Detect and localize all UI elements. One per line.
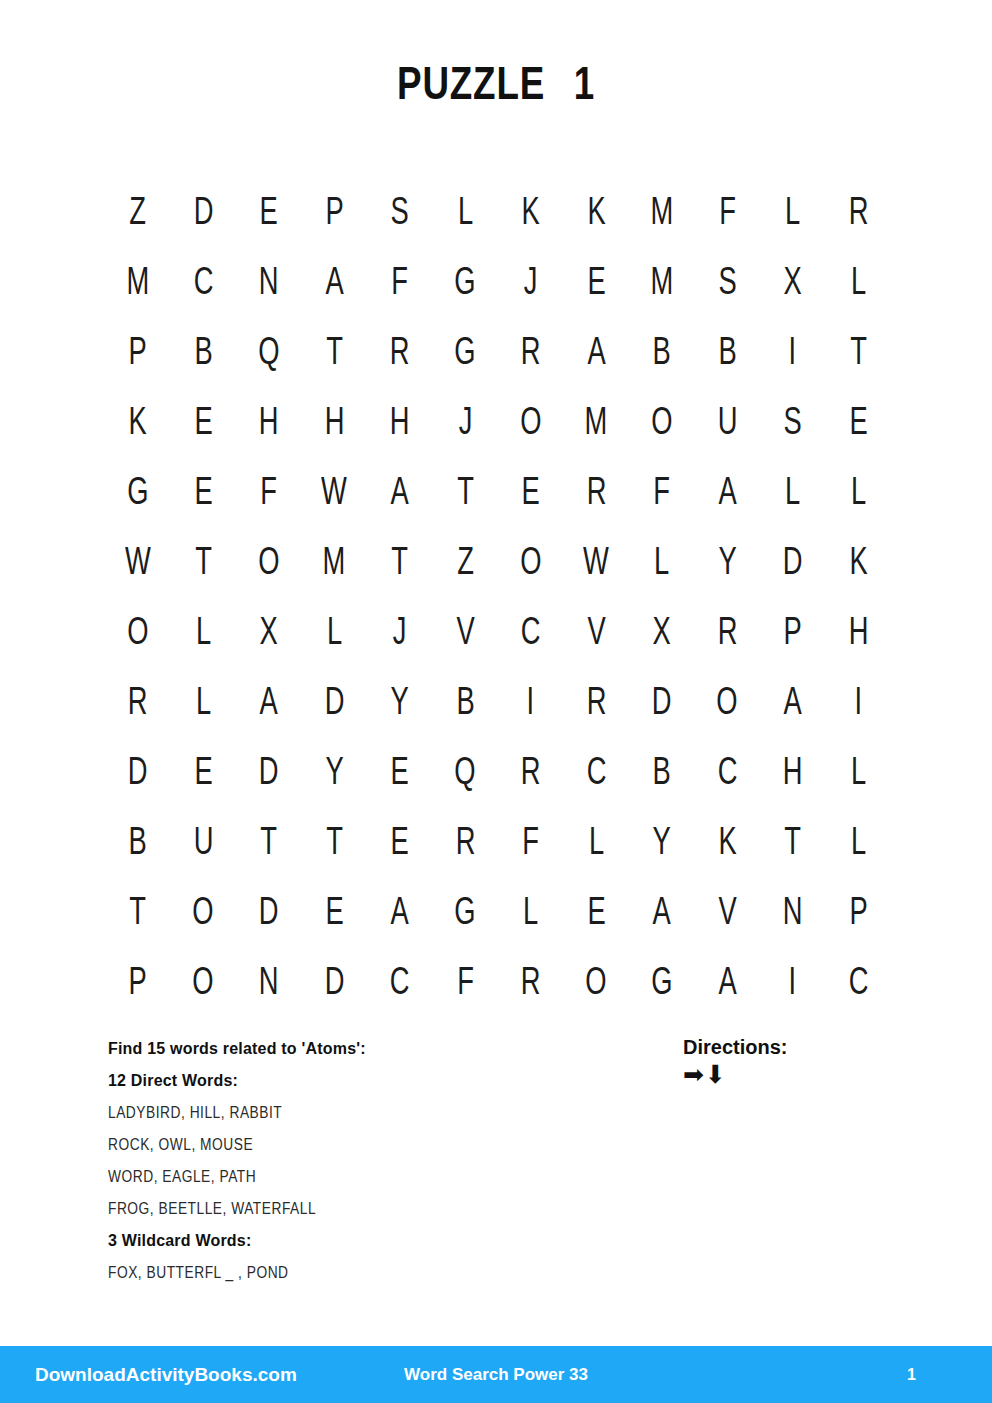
grid-cell: E	[826, 386, 892, 456]
grid-cell: L	[171, 596, 237, 666]
grid-cell: S	[367, 176, 433, 246]
grid-cell: B	[629, 316, 695, 386]
grid-cell: A	[367, 876, 433, 946]
grid-cell: Q	[433, 736, 499, 806]
grid-cell: T	[302, 806, 368, 876]
grid-cell: L	[760, 176, 826, 246]
grid-cell: K	[105, 386, 171, 456]
grid-cell: C	[826, 946, 892, 1016]
grid-cell: L	[171, 666, 237, 736]
grid-cell: R	[433, 806, 499, 876]
grid-cell: O	[695, 666, 761, 736]
grid-cell: J	[433, 386, 499, 456]
grid-cell: R	[826, 176, 892, 246]
grid-cell: C	[367, 946, 433, 1016]
grid-cell: Y	[695, 526, 761, 596]
grid-cell: U	[695, 386, 761, 456]
grid-cell: L	[826, 806, 892, 876]
footer-page-number: 1	[907, 1366, 916, 1384]
grid-cell: V	[695, 876, 761, 946]
puzzle-title: PUZZLE 1	[99, 56, 893, 110]
grid-cell: F	[695, 176, 761, 246]
grid-cell: V	[564, 596, 630, 666]
grid-cell: B	[695, 316, 761, 386]
word-list-line: FROG, BEETLLE, WATERFALL	[108, 1200, 555, 1218]
grid-cell: F	[498, 806, 564, 876]
grid-cell: K	[498, 176, 564, 246]
word-list-line: ROCK, OWL, MOUSE	[108, 1136, 555, 1154]
grid-cell: E	[236, 176, 302, 246]
grid-cell: Y	[629, 806, 695, 876]
grid-cell: E	[171, 386, 237, 456]
grid-cell: L	[433, 176, 499, 246]
grid-cell: R	[695, 596, 761, 666]
grid-cell: E	[498, 456, 564, 526]
grid-cell: G	[433, 316, 499, 386]
right-arrow-icon: ➡	[683, 1060, 705, 1088]
grid-cell: G	[433, 876, 499, 946]
grid-cell: Z	[433, 526, 499, 596]
grid-cell: D	[302, 666, 368, 736]
grid-cell: B	[433, 666, 499, 736]
grid-cell: F	[433, 946, 499, 1016]
grid-cell: F	[629, 456, 695, 526]
grid-cell: A	[302, 246, 368, 316]
grid-cell: R	[564, 456, 630, 526]
grid-cell: E	[564, 246, 630, 316]
grid-cell: P	[760, 596, 826, 666]
grid-cell: F	[367, 246, 433, 316]
grid-cell: L	[498, 876, 564, 946]
grid-cell: R	[498, 736, 564, 806]
grid-cell: F	[236, 456, 302, 526]
footer-site-name: DownloadActivityBooks.com	[35, 1364, 297, 1386]
grid-cell: P	[302, 176, 368, 246]
grid-cell: H	[236, 386, 302, 456]
grid-cell: L	[826, 456, 892, 526]
grid-cell: K	[826, 526, 892, 596]
grid-cell: P	[105, 946, 171, 1016]
direct-words-heading: 12 Direct Words:	[108, 1072, 628, 1090]
grid-cell: R	[498, 316, 564, 386]
grid-cell: T	[760, 806, 826, 876]
grid-cell: D	[302, 946, 368, 1016]
grid-cell: I	[760, 316, 826, 386]
grid-cell: C	[171, 246, 237, 316]
grid-cell: O	[236, 526, 302, 596]
grid-cell: H	[826, 596, 892, 666]
grid-cell: C	[695, 736, 761, 806]
grid-cell: D	[236, 876, 302, 946]
grid-cell: C	[564, 736, 630, 806]
grid-cell: D	[105, 736, 171, 806]
grid-cell: D	[171, 176, 237, 246]
grid-cell: O	[564, 946, 630, 1016]
grid-cell: E	[367, 736, 433, 806]
grid-cell: G	[105, 456, 171, 526]
grid-cell: I	[760, 946, 826, 1016]
wildcard-words-heading: 3 Wildcard Words:	[108, 1232, 628, 1250]
grid-cell: L	[760, 456, 826, 526]
grid-cell: B	[171, 316, 237, 386]
word-list-line: WORD, EAGLE, PATH	[108, 1168, 555, 1186]
grid-cell: S	[695, 246, 761, 316]
grid-cell: A	[695, 946, 761, 1016]
find-heading: Find 15 words related to 'Atoms':	[108, 1040, 628, 1058]
grid-cell: O	[498, 526, 564, 596]
grid-cell: L	[629, 526, 695, 596]
grid-cell: M	[629, 246, 695, 316]
grid-cell: Y	[367, 666, 433, 736]
grid-cell: M	[105, 246, 171, 316]
grid-cell: N	[236, 246, 302, 316]
word-search-grid: ZDEPSLKKMFLRMCNAFGJEMSXLPBQTRGRABBITKEHH…	[105, 176, 891, 1016]
grid-cell: D	[760, 526, 826, 596]
grid-cell: E	[564, 876, 630, 946]
grid-cell: K	[564, 176, 630, 246]
puzzle-page: PUZZLE 1 ZDEPSLKKMFLRMCNAFGJEMSXLPBQTRGR…	[0, 0, 992, 1403]
grid-cell: R	[367, 316, 433, 386]
grid-cell: S	[760, 386, 826, 456]
grid-cell: W	[302, 456, 368, 526]
grid-cell: A	[367, 456, 433, 526]
grid-cell: P	[826, 876, 892, 946]
grid-cell: R	[498, 946, 564, 1016]
grid-cell: C	[498, 596, 564, 666]
word-list: Find 15 words related to 'Atoms': 12 Dir…	[108, 1040, 628, 1296]
grid-cell: N	[236, 946, 302, 1016]
grid-cell: M	[564, 386, 630, 456]
grid-cell: M	[629, 176, 695, 246]
grid-cell: B	[629, 736, 695, 806]
footer-bar: DownloadActivityBooks.com Word Search Po…	[0, 1346, 992, 1403]
grid-cell: U	[171, 806, 237, 876]
grid-cell: O	[171, 946, 237, 1016]
grid-cell: K	[695, 806, 761, 876]
grid-cell: L	[826, 736, 892, 806]
grid-cell: O	[498, 386, 564, 456]
grid-cell: G	[629, 946, 695, 1016]
grid-cell: M	[302, 526, 368, 596]
grid-cell: Y	[302, 736, 368, 806]
grid-cell: T	[433, 456, 499, 526]
grid-cell: A	[629, 876, 695, 946]
grid-cell: R	[105, 666, 171, 736]
grid-cell: X	[760, 246, 826, 316]
grid-cell: W	[564, 526, 630, 596]
grid-cell: T	[105, 876, 171, 946]
grid-cell: L	[302, 596, 368, 666]
grid-cell: H	[302, 386, 368, 456]
word-list-line: LADYBIRD, HILL, RABBIT	[108, 1104, 555, 1122]
grid-cell: W	[105, 526, 171, 596]
grid-cell: O	[105, 596, 171, 666]
grid-cell: E	[171, 736, 237, 806]
grid-cell: P	[105, 316, 171, 386]
grid-cell: V	[433, 596, 499, 666]
grid-cell: H	[367, 386, 433, 456]
grid-cell: J	[367, 596, 433, 666]
grid-cell: A	[760, 666, 826, 736]
grid-cell: E	[367, 806, 433, 876]
grid-cell: L	[826, 246, 892, 316]
grid-cell: T	[171, 526, 237, 596]
grid-cell: O	[171, 876, 237, 946]
grid-cell: N	[760, 876, 826, 946]
grid-cell: E	[171, 456, 237, 526]
grid-cell: I	[826, 666, 892, 736]
grid-cell: O	[629, 386, 695, 456]
grid-cell: J	[498, 246, 564, 316]
down-arrow-icon: ⬇	[705, 1060, 727, 1088]
grid-cell: D	[629, 666, 695, 736]
grid-cell: X	[236, 596, 302, 666]
grid-cell: T	[302, 316, 368, 386]
grid-cell: Q	[236, 316, 302, 386]
grid-cell: X	[629, 596, 695, 666]
directions-arrows: ➡⬇	[683, 1062, 787, 1087]
directions-label: Directions:	[683, 1036, 787, 1059]
grid-cell: B	[105, 806, 171, 876]
grid-cell: G	[433, 246, 499, 316]
grid-cell: L	[564, 806, 630, 876]
grid-cell: Z	[105, 176, 171, 246]
grid-cell: T	[236, 806, 302, 876]
grid-cell: H	[760, 736, 826, 806]
grid-cell: R	[564, 666, 630, 736]
grid-cell: D	[236, 736, 302, 806]
grid-cell: T	[826, 316, 892, 386]
grid-cell: T	[367, 526, 433, 596]
grid-cell: A	[236, 666, 302, 736]
directions-panel: Directions: ➡⬇	[683, 1036, 787, 1087]
grid-cell: I	[498, 666, 564, 736]
grid-cell: A	[564, 316, 630, 386]
word-list-line: FOX, BUTTERFL _ , POND	[108, 1264, 555, 1282]
grid-cell: E	[302, 876, 368, 946]
grid-cell: A	[695, 456, 761, 526]
